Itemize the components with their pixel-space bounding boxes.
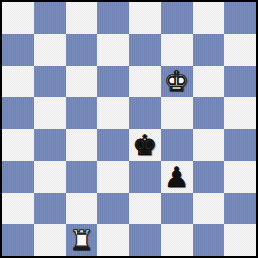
square-c7[interactable] (66, 34, 98, 66)
square-h1[interactable] (224, 224, 256, 256)
square-a3[interactable] (2, 161, 34, 193)
piece-black-king[interactable]: ♚ (132, 132, 157, 160)
square-c4[interactable] (66, 129, 98, 161)
square-f2[interactable] (161, 193, 193, 225)
square-g6[interactable] (193, 66, 225, 98)
square-a8[interactable] (2, 2, 34, 34)
square-a4[interactable] (2, 129, 34, 161)
square-d2[interactable] (97, 193, 129, 225)
square-b3[interactable] (34, 161, 66, 193)
square-d8[interactable] (97, 2, 129, 34)
square-e5[interactable] (129, 97, 161, 129)
square-a5[interactable] (2, 97, 34, 129)
square-d3[interactable] (97, 161, 129, 193)
square-g8[interactable] (193, 2, 225, 34)
square-c3[interactable] (66, 161, 98, 193)
square-g3[interactable] (193, 161, 225, 193)
square-d4[interactable] (97, 129, 129, 161)
square-d7[interactable] (97, 34, 129, 66)
chess-board-frame: ♚♚♟♜ (0, 0, 258, 258)
square-b5[interactable] (34, 97, 66, 129)
square-b7[interactable] (34, 34, 66, 66)
square-g5[interactable] (193, 97, 225, 129)
square-b4[interactable] (34, 129, 66, 161)
square-c2[interactable] (66, 193, 98, 225)
square-a2[interactable] (2, 193, 34, 225)
square-f3[interactable]: ♟ (161, 161, 193, 193)
square-h8[interactable] (224, 2, 256, 34)
square-g2[interactable] (193, 193, 225, 225)
piece-white-rook[interactable]: ♜ (69, 227, 94, 255)
square-a1[interactable] (2, 224, 34, 256)
square-g7[interactable] (193, 34, 225, 66)
square-a7[interactable] (2, 34, 34, 66)
square-g4[interactable] (193, 129, 225, 161)
square-c8[interactable] (66, 2, 98, 34)
square-b2[interactable] (34, 193, 66, 225)
square-e3[interactable] (129, 161, 161, 193)
square-d1[interactable] (97, 224, 129, 256)
square-h5[interactable] (224, 97, 256, 129)
square-c6[interactable] (66, 66, 98, 98)
square-f6[interactable]: ♚ (161, 66, 193, 98)
square-e4[interactable]: ♚ (129, 129, 161, 161)
square-g1[interactable] (193, 224, 225, 256)
square-e6[interactable] (129, 66, 161, 98)
square-f7[interactable] (161, 34, 193, 66)
square-d6[interactable] (97, 66, 129, 98)
square-h2[interactable] (224, 193, 256, 225)
square-h3[interactable] (224, 161, 256, 193)
square-f5[interactable] (161, 97, 193, 129)
square-a6[interactable] (2, 66, 34, 98)
square-f4[interactable] (161, 129, 193, 161)
square-h4[interactable] (224, 129, 256, 161)
square-f8[interactable] (161, 2, 193, 34)
square-c1[interactable]: ♜ (66, 224, 98, 256)
square-e8[interactable] (129, 2, 161, 34)
square-e7[interactable] (129, 34, 161, 66)
square-h7[interactable] (224, 34, 256, 66)
square-b6[interactable] (34, 66, 66, 98)
square-d5[interactable] (97, 97, 129, 129)
square-e2[interactable] (129, 193, 161, 225)
square-c5[interactable] (66, 97, 98, 129)
square-b1[interactable] (34, 224, 66, 256)
piece-black-pawn[interactable]: ♟ (164, 164, 189, 192)
chess-board: ♚♚♟♜ (2, 2, 256, 256)
square-f1[interactable] (161, 224, 193, 256)
square-h6[interactable] (224, 66, 256, 98)
piece-white-king[interactable]: ♚ (164, 68, 189, 96)
square-e1[interactable] (129, 224, 161, 256)
square-b8[interactable] (34, 2, 66, 34)
